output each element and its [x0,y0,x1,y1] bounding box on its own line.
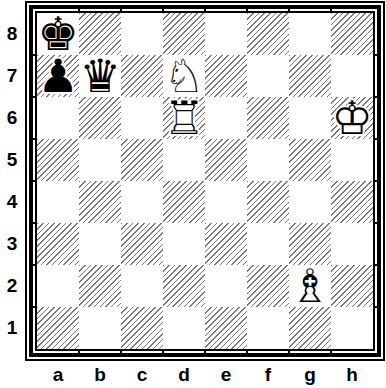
square-d5[interactable] [163,139,205,181]
piece-white-rook[interactable]: ♜♖ [163,97,205,139]
square-g2[interactable]: ♝♗ [289,265,331,307]
board-outer-frame: ♚♟♛♞♘♜♖♚♔♝♗ [25,1,385,361]
square-d2[interactable] [163,265,205,307]
file-label-d: d [163,363,205,387]
file-label-c: c [121,363,163,387]
frame-tick [330,9,332,11]
chess-diagram: 87654321 ♚♟♛♞♘♜♖♚♔♝♗ abcdefgh [0,0,386,388]
square-h5[interactable] [331,139,373,181]
piece-black-pawn[interactable]: ♟ [37,55,79,97]
square-c7[interactable] [121,55,163,97]
file-label-b: b [79,363,121,387]
square-c6[interactable] [121,97,163,139]
square-f5[interactable] [247,139,289,181]
square-d4[interactable] [163,181,205,223]
square-b2[interactable] [79,265,121,307]
square-h2[interactable] [331,265,373,307]
square-a3[interactable] [37,223,79,265]
square-f6[interactable] [247,97,289,139]
frame-tick [375,264,377,266]
frame-tick [375,96,377,98]
square-b5[interactable] [79,139,121,181]
file-labels: abcdefgh [37,363,373,387]
square-c1[interactable] [121,307,163,349]
square-g7[interactable] [289,55,331,97]
square-g5[interactable] [289,139,331,181]
square-h8[interactable] [331,13,373,55]
square-g1[interactable] [289,307,331,349]
piece-white-bishop[interactable]: ♝♗ [289,265,331,307]
frame-tick [120,351,122,353]
square-f7[interactable] [247,55,289,97]
frame-tick [162,351,164,353]
square-f8[interactable] [247,13,289,55]
file-label-f: f [247,363,289,387]
square-f2[interactable] [247,265,289,307]
frame-tick [288,9,290,11]
rank-label-5: 5 [0,139,24,181]
square-b1[interactable] [79,307,121,349]
square-b7[interactable]: ♛ [79,55,121,97]
frame-tick [375,54,377,56]
frame-tick [78,9,80,11]
square-c5[interactable] [121,139,163,181]
rank-label-3: 3 [0,223,24,265]
frame-tick [33,180,35,182]
rank-labels: 87654321 [0,13,24,349]
frame-tick [246,351,248,353]
board-inner-frame: ♚♟♛♞♘♜♖♚♔♝♗ [35,11,375,351]
frame-tick [204,351,206,353]
chessboard: ♚♟♛♞♘♜♖♚♔♝♗ [37,13,373,349]
black-pawn-glyph: ♟ [37,53,78,99]
white-bishop-glyph: ♗ [289,263,330,309]
frame-tick [375,222,377,224]
black-queen-glyph: ♛ [79,53,120,99]
square-c4[interactable] [121,181,163,223]
rank-label-4: 4 [0,181,24,223]
square-d6[interactable]: ♜♖ [163,97,205,139]
square-e3[interactable] [205,223,247,265]
square-a6[interactable] [37,97,79,139]
square-c3[interactable] [121,223,163,265]
frame-tick [33,264,35,266]
square-g6[interactable] [289,97,331,139]
square-h4[interactable] [331,181,373,223]
square-c2[interactable] [121,265,163,307]
square-a1[interactable] [37,307,79,349]
square-f3[interactable] [247,223,289,265]
frame-tick [246,9,248,11]
rank-label-2: 2 [0,265,24,307]
square-e2[interactable] [205,265,247,307]
frame-tick [375,180,377,182]
square-a2[interactable] [37,265,79,307]
square-b6[interactable] [79,97,121,139]
rank-label-6: 6 [0,97,24,139]
square-c8[interactable] [121,13,163,55]
frame-tick [288,351,290,353]
frame-tick [204,9,206,11]
square-h1[interactable] [331,307,373,349]
file-label-e: e [205,363,247,387]
square-g4[interactable] [289,181,331,223]
square-g8[interactable] [289,13,331,55]
file-label-a: a [37,363,79,387]
square-a7[interactable]: ♟ [37,55,79,97]
square-e6[interactable] [205,97,247,139]
square-h6[interactable]: ♚♔ [331,97,373,139]
frame-tick [33,138,35,140]
frame-tick [375,306,377,308]
square-a4[interactable] [37,181,79,223]
frame-tick [162,9,164,11]
frame-tick [33,222,35,224]
square-e5[interactable] [205,139,247,181]
file-label-h: h [331,363,373,387]
square-a5[interactable] [37,139,79,181]
square-e8[interactable] [205,13,247,55]
board-frame: ♚♟♛♞♘♜♖♚♔♝♗ [29,5,381,357]
square-f1[interactable] [247,307,289,349]
frame-tick [78,351,80,353]
frame-tick [33,306,35,308]
piece-black-queen[interactable]: ♛ [79,55,121,97]
square-d3[interactable] [163,223,205,265]
white-king-glyph: ♔ [331,95,372,141]
frame-tick [33,54,35,56]
square-f4[interactable] [247,181,289,223]
square-e4[interactable] [205,181,247,223]
rank-label-8: 8 [0,13,24,55]
rank-label-1: 1 [0,307,24,349]
square-e7[interactable] [205,55,247,97]
square-b3[interactable] [79,223,121,265]
square-b4[interactable] [79,181,121,223]
frame-tick [120,9,122,11]
square-h3[interactable] [331,223,373,265]
frame-tick [33,96,35,98]
file-label-g: g [289,363,331,387]
rank-label-7: 7 [0,55,24,97]
square-d1[interactable] [163,307,205,349]
frame-tick [375,138,377,140]
square-e1[interactable] [205,307,247,349]
white-rook-glyph: ♖ [163,95,204,141]
frame-tick [330,351,332,353]
piece-white-king[interactable]: ♚♔ [331,97,373,139]
